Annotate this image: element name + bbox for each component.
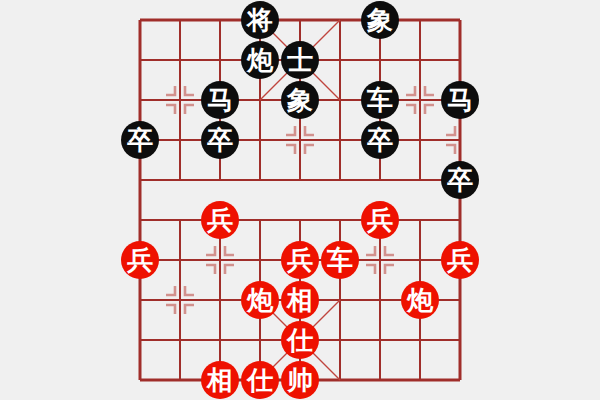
red-cannon[interactable]: 炮 — [241, 281, 279, 319]
black-chariot[interactable]: 车 — [361, 81, 399, 119]
black-horse[interactable]: 马 — [441, 81, 479, 119]
black-soldier[interactable]: 卒 — [121, 121, 159, 159]
black-advisor[interactable]: 士 — [281, 41, 319, 79]
black-horse[interactable]: 马 — [201, 81, 239, 119]
red-king[interactable]: 帅 — [281, 361, 319, 399]
red-cannon[interactable]: 炮 — [401, 281, 439, 319]
red-soldier[interactable]: 兵 — [201, 201, 239, 239]
black-soldier[interactable]: 卒 — [441, 161, 479, 199]
black-elephant[interactable]: 象 — [281, 81, 319, 119]
red-elephant[interactable]: 相 — [201, 361, 239, 399]
black-cannon[interactable]: 炮 — [241, 41, 279, 79]
red-chariot[interactable]: 车 — [321, 241, 359, 279]
board-intersections[interactable]: 将象炮士马象车马卒卒卒卒兵兵兵兵车兵炮相炮仕相仕帅 — [120, 0, 480, 400]
black-soldier[interactable]: 卒 — [361, 121, 399, 159]
black-soldier[interactable]: 卒 — [201, 121, 239, 159]
red-advisor[interactable]: 仕 — [241, 361, 279, 399]
red-advisor[interactable]: 仕 — [281, 321, 319, 359]
red-soldier[interactable]: 兵 — [281, 241, 319, 279]
red-soldier[interactable]: 兵 — [361, 201, 399, 239]
red-soldier[interactable]: 兵 — [121, 241, 159, 279]
xiangqi-board: 将象炮士马象车马卒卒卒卒兵兵兵兵车兵炮相炮仕相仕帅 — [120, 0, 480, 400]
black-elephant[interactable]: 象 — [361, 1, 399, 39]
red-soldier[interactable]: 兵 — [441, 241, 479, 279]
black-general[interactable]: 将 — [241, 1, 279, 39]
red-elephant[interactable]: 相 — [281, 281, 319, 319]
